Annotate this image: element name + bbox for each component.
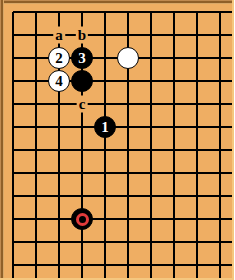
intersection [25, 254, 48, 277]
intersection [209, 93, 232, 116]
intersection [186, 93, 209, 116]
intersection [2, 93, 25, 116]
intersection [2, 254, 25, 277]
intersection [209, 116, 232, 139]
intersection [209, 185, 232, 208]
intersection [209, 162, 232, 185]
intersection [209, 70, 232, 93]
intersection [25, 116, 48, 139]
intersection [163, 116, 186, 139]
intersection [2, 139, 25, 162]
point-label-a: a [53, 27, 65, 44]
intersection [94, 162, 117, 185]
intersection [25, 231, 48, 254]
intersection [48, 139, 71, 162]
intersection [163, 47, 186, 70]
intersection [140, 231, 163, 254]
intersection [140, 185, 163, 208]
intersection [140, 116, 163, 139]
point-label-c: c [77, 96, 88, 113]
intersection [140, 70, 163, 93]
intersection: a [48, 24, 71, 47]
intersection [117, 208, 140, 231]
intersection [117, 254, 140, 277]
intersection [2, 231, 25, 254]
white-stone-2: 2 [48, 47, 70, 69]
intersection [140, 254, 163, 277]
intersection [2, 208, 25, 231]
intersection [163, 254, 186, 277]
intersection [48, 185, 71, 208]
intersection [2, 185, 25, 208]
white-stone [117, 47, 139, 69]
intersection [94, 70, 117, 93]
intersection [163, 162, 186, 185]
intersection [117, 231, 140, 254]
intersection [163, 24, 186, 47]
intersection [209, 139, 232, 162]
intersection [117, 47, 140, 70]
intersection [94, 139, 117, 162]
intersection [186, 208, 209, 231]
intersection [94, 93, 117, 116]
intersection [94, 254, 117, 277]
intersection [48, 254, 71, 277]
intersection [117, 139, 140, 162]
intersection [94, 208, 117, 231]
board-frame-top [0, 0, 234, 4]
intersection [25, 47, 48, 70]
intersection [25, 93, 48, 116]
intersection [25, 162, 48, 185]
intersection [117, 24, 140, 47]
intersection [117, 185, 140, 208]
intersection [186, 116, 209, 139]
intersection [186, 162, 209, 185]
intersection [163, 208, 186, 231]
intersection [163, 139, 186, 162]
intersection [117, 162, 140, 185]
intersection [163, 93, 186, 116]
intersection [140, 24, 163, 47]
intersection [140, 208, 163, 231]
intersection [71, 139, 94, 162]
intersection [94, 231, 117, 254]
intersection [186, 24, 209, 47]
intersection: b [71, 24, 94, 47]
intersection [2, 47, 25, 70]
intersection [48, 93, 71, 116]
intersection [71, 70, 94, 93]
intersection [209, 47, 232, 70]
intersection [2, 162, 25, 185]
intersection [48, 208, 71, 231]
intersection [25, 70, 48, 93]
intersection [163, 231, 186, 254]
intersection [25, 24, 48, 47]
intersection [71, 185, 94, 208]
intersection [94, 24, 117, 47]
black-stone-1: 1 [94, 116, 116, 138]
intersection: c [71, 93, 94, 116]
intersection [25, 139, 48, 162]
point-label-b: b [76, 27, 88, 44]
intersection [186, 70, 209, 93]
intersection [140, 93, 163, 116]
intersection [186, 185, 209, 208]
intersection [2, 70, 25, 93]
intersection [71, 162, 94, 185]
intersection [186, 254, 209, 277]
intersection [163, 185, 186, 208]
black-stone-marked [71, 208, 93, 230]
intersection [2, 24, 25, 47]
intersection [71, 208, 94, 231]
intersection [209, 24, 232, 47]
intersection [25, 208, 48, 231]
intersection [71, 254, 94, 277]
intersection [71, 116, 94, 139]
intersection [48, 231, 71, 254]
intersection [117, 116, 140, 139]
intersection [209, 231, 232, 254]
intersection [209, 208, 232, 231]
intersection [94, 47, 117, 70]
intersection [186, 139, 209, 162]
intersection [2, 116, 25, 139]
intersection [140, 139, 163, 162]
go-diagram: ab234c1 [0, 0, 234, 280]
goban-grid: ab234c1 [2, 1, 235, 280]
white-stone-4: 4 [48, 70, 70, 92]
intersection [94, 185, 117, 208]
intersection: 2 [48, 47, 71, 70]
intersection [140, 162, 163, 185]
intersection [117, 70, 140, 93]
intersection [186, 47, 209, 70]
intersection [140, 47, 163, 70]
intersection [209, 254, 232, 277]
intersection [71, 231, 94, 254]
intersection: 1 [94, 116, 117, 139]
circle-mark-icon [76, 213, 89, 226]
intersection [48, 116, 71, 139]
intersection [163, 70, 186, 93]
board-edge-right [232, 0, 234, 280]
intersection [186, 231, 209, 254]
board-frame-left [0, 0, 4, 280]
intersection: 3 [71, 47, 94, 70]
intersection [117, 93, 140, 116]
intersection: 4 [48, 70, 71, 93]
intersection [48, 162, 71, 185]
black-stone-3: 3 [71, 47, 93, 69]
black-stone [71, 70, 93, 92]
intersection [25, 185, 48, 208]
